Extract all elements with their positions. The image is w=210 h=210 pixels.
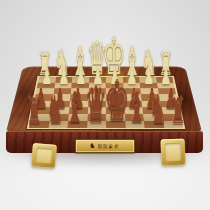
square xyxy=(69,107,88,114)
square xyxy=(125,121,145,128)
square xyxy=(49,114,69,121)
square xyxy=(87,107,106,114)
product-photo-backdrop: ♞ 国际象棋 ♜♞♝♛♚♝♞♜♟♟♟♟♟♟♟♟♟♟♟♟♟♟♟♟♜♞♝♛♚♝♞♜ xyxy=(0,0,210,210)
square xyxy=(162,114,182,121)
square xyxy=(32,107,52,114)
square xyxy=(124,107,143,114)
square xyxy=(161,107,181,114)
square xyxy=(48,121,68,128)
square xyxy=(30,114,50,121)
square xyxy=(29,121,49,128)
square xyxy=(68,114,87,121)
plaque-text: 国际象棋 xyxy=(98,144,120,149)
photo-watermark xyxy=(97,71,135,86)
square xyxy=(50,107,69,114)
brand-plaque: ♞ 国际象棋 xyxy=(75,139,135,153)
brass-latch-right xyxy=(161,139,186,166)
brass-latch-left xyxy=(31,143,57,168)
square xyxy=(87,121,106,128)
square xyxy=(124,114,143,121)
square xyxy=(106,107,125,114)
square xyxy=(87,114,106,121)
square xyxy=(143,114,163,121)
latch-plate xyxy=(165,143,182,162)
latch-plate xyxy=(35,147,52,163)
square xyxy=(106,114,125,121)
square xyxy=(144,121,164,128)
knight-logo-icon: ♞ xyxy=(89,143,95,150)
square xyxy=(67,121,87,128)
square xyxy=(106,121,125,128)
square xyxy=(142,107,161,114)
square xyxy=(163,121,183,128)
